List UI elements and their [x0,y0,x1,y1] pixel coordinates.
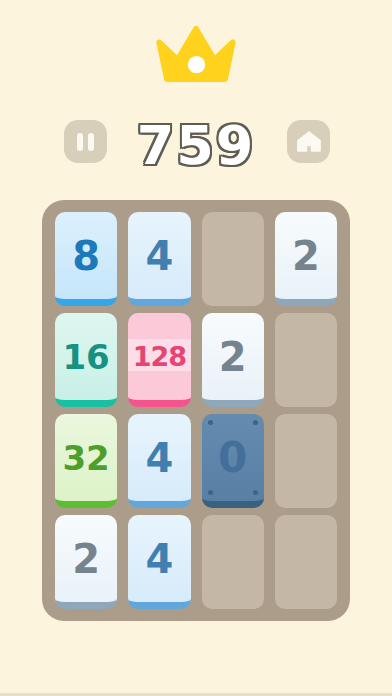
tile-value: 0 [218,437,247,479]
board-cell: 2 [275,212,337,306]
tile-2: 2 [55,515,117,609]
crown-gem-dot [188,56,205,73]
board-cell-empty [275,414,337,508]
header-bar: 759 [0,120,392,164]
tile-value: 128 [133,343,186,370]
tile-128: 128 [128,313,190,407]
crown-icon [154,25,238,83]
board-cell-empty [202,515,264,609]
board-cell: 0 [202,414,264,508]
board-cell: 16 [55,313,117,407]
tile-value: 4 [145,236,173,276]
board-cell: 32 [55,414,117,508]
game-board[interactable]: 842161282324024 [42,200,350,621]
crown-wrap [0,25,392,83]
tile-2: 2 [275,212,337,306]
tile-8: 8 [55,212,117,306]
board-cell: 128 [128,313,190,407]
score-display: 759 [0,114,392,177]
tile-16: 16 [55,313,117,407]
board-cell: 4 [128,212,190,306]
tile-value: 16 [62,340,109,374]
board-cell: 8 [55,212,117,306]
rivet-dots [208,420,213,425]
tile-4: 4 [128,515,190,609]
tile-4: 4 [128,414,190,508]
home-button[interactable] [287,120,330,163]
board-cell-empty [275,515,337,609]
tile-value: 2 [292,236,320,276]
tile-4: 4 [128,212,190,306]
board-cell: 4 [128,414,190,508]
tile-value: 2 [219,337,247,377]
tile-32: 32 [55,414,117,508]
tile-value: 4 [145,438,173,478]
board-cell: 2 [55,515,117,609]
home-icon [296,130,322,153]
tile-value: 8 [72,236,100,276]
tile-value: 32 [62,441,109,475]
tile-value: 2 [72,539,100,579]
board-cell-empty [275,313,337,407]
board-cell-empty [202,212,264,306]
tile-2: 2 [202,313,264,407]
tile-value: 4 [145,539,173,579]
board-cell: 2 [202,313,264,407]
blocker-tile-0: 0 [202,414,264,508]
board-cell: 4 [128,515,190,609]
